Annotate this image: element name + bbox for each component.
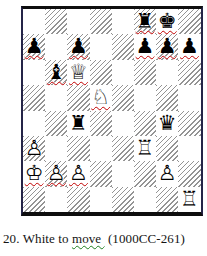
square-f2 bbox=[134, 161, 156, 186]
square-a8 bbox=[23, 9, 45, 34]
square-g3 bbox=[156, 136, 178, 161]
piece-glyph: ♛ bbox=[156, 111, 178, 136]
piece-black-pawn-f7: ♟ bbox=[134, 34, 156, 59]
piece-black-pawn-a7: ♟ bbox=[23, 34, 45, 59]
piece-glyph: ♟ bbox=[23, 34, 45, 59]
square-h7: ♟ bbox=[178, 34, 200, 59]
square-e7 bbox=[112, 34, 134, 59]
piece-glyph: ♙ bbox=[23, 136, 45, 161]
square-b4 bbox=[45, 111, 67, 136]
square-c2: ♟♙ bbox=[67, 161, 89, 186]
square-f3: ♜♖ bbox=[134, 136, 156, 161]
square-f1 bbox=[134, 187, 156, 212]
square-a2: ♚♔ bbox=[23, 161, 45, 186]
chess-board: ♜♚♟♟♟♟♟♝♛♕♞♘♜♛♟♙♜♖♚♔♟♙♟♙♟♙♜♖ bbox=[23, 9, 201, 212]
piece-glyph: ♟ bbox=[178, 34, 200, 59]
square-h3 bbox=[178, 136, 200, 161]
piece-glyph: ♝ bbox=[45, 60, 67, 85]
piece-black-pawn-g7: ♟ bbox=[156, 34, 178, 59]
square-a6 bbox=[23, 60, 45, 85]
piece-glyph: ♟ bbox=[134, 34, 156, 59]
piece-glyph: ♕ bbox=[67, 60, 89, 85]
diagram-caption: 20. White to move (1000CC-261) bbox=[3, 231, 185, 247]
square-f4 bbox=[134, 111, 156, 136]
square-a7: ♟ bbox=[23, 34, 45, 59]
square-a5 bbox=[23, 85, 45, 110]
piece-glyph: ♟ bbox=[67, 34, 89, 59]
square-e3 bbox=[112, 136, 134, 161]
square-b2: ♟♙ bbox=[45, 161, 67, 186]
square-d2 bbox=[90, 161, 112, 186]
piece-glyph: ♙ bbox=[156, 161, 178, 186]
piece-black-pawn-c7: ♟ bbox=[67, 34, 89, 59]
square-g8: ♚ bbox=[156, 9, 178, 34]
square-b5 bbox=[45, 85, 67, 110]
piece-black-rook-c4: ♜ bbox=[67, 111, 89, 136]
piece-white-pawn-g2: ♟♙ bbox=[156, 161, 178, 186]
square-b6: ♝ bbox=[45, 60, 67, 85]
piece-glyph: ♙ bbox=[67, 161, 89, 186]
square-d1 bbox=[90, 187, 112, 212]
square-f7: ♟ bbox=[134, 34, 156, 59]
square-e4 bbox=[112, 111, 134, 136]
square-h2 bbox=[178, 161, 200, 186]
piece-black-king-g8: ♚ bbox=[156, 9, 178, 34]
square-h4 bbox=[178, 111, 200, 136]
piece-glyph: ♙ bbox=[45, 161, 67, 186]
piece-white-pawn-a3: ♟♙ bbox=[23, 136, 45, 161]
piece-white-king-a2: ♚♔ bbox=[23, 161, 45, 186]
square-g1 bbox=[156, 187, 178, 212]
piece-white-queen-c6: ♛♕ bbox=[67, 60, 89, 85]
square-e6 bbox=[112, 60, 134, 85]
square-c8 bbox=[67, 9, 89, 34]
square-a3: ♟♙ bbox=[23, 136, 45, 161]
piece-white-pawn-c2: ♟♙ bbox=[67, 161, 89, 186]
square-h6 bbox=[178, 60, 200, 85]
square-e5 bbox=[112, 85, 134, 110]
piece-black-bishop-b6: ♝ bbox=[45, 60, 67, 85]
square-d7 bbox=[90, 34, 112, 59]
square-c1 bbox=[67, 187, 89, 212]
square-f8: ♜ bbox=[134, 9, 156, 34]
square-g6 bbox=[156, 60, 178, 85]
square-g7: ♟ bbox=[156, 34, 178, 59]
square-d6 bbox=[90, 60, 112, 85]
piece-white-rook-h1: ♜♖ bbox=[178, 187, 200, 212]
piece-glyph: ♜ bbox=[67, 111, 89, 136]
square-h5 bbox=[178, 85, 200, 110]
square-b8 bbox=[45, 9, 67, 34]
square-h1: ♜♖ bbox=[178, 187, 200, 212]
square-f6 bbox=[134, 60, 156, 85]
square-c5 bbox=[67, 85, 89, 110]
piece-black-rook-f8: ♜ bbox=[134, 9, 156, 34]
piece-white-pawn-b2: ♟♙ bbox=[45, 161, 67, 186]
piece-white-rook-f3: ♜♖ bbox=[134, 136, 156, 161]
square-h8 bbox=[178, 9, 200, 34]
square-b1 bbox=[45, 187, 67, 212]
square-c6: ♛♕ bbox=[67, 60, 89, 85]
piece-black-queen-g4: ♛ bbox=[156, 111, 178, 136]
square-e2 bbox=[112, 161, 134, 186]
piece-glyph: ♔ bbox=[23, 161, 45, 186]
square-b3 bbox=[45, 136, 67, 161]
caption-prefix: 20. White to bbox=[3, 231, 72, 246]
chess-diagram: ♜♚♟♟♟♟♟♝♛♕♞♘♜♛♟♙♜♖♚♔♟♙♟♙♟♙♜♖ bbox=[21, 6, 203, 216]
square-c4: ♜ bbox=[67, 111, 89, 136]
square-g5 bbox=[156, 85, 178, 110]
square-d8 bbox=[90, 9, 112, 34]
square-g2: ♟♙ bbox=[156, 161, 178, 186]
square-g4: ♛ bbox=[156, 111, 178, 136]
square-e8 bbox=[112, 9, 134, 34]
piece-glyph: ♚ bbox=[156, 9, 178, 34]
piece-glyph: ♖ bbox=[134, 136, 156, 161]
square-c7: ♟ bbox=[67, 34, 89, 59]
square-d4 bbox=[90, 111, 112, 136]
square-d5: ♞♘ bbox=[90, 85, 112, 110]
caption-source-ref: (1000CC-261) bbox=[105, 231, 185, 246]
piece-glyph: ♘ bbox=[90, 85, 112, 110]
piece-white-knight-d5: ♞♘ bbox=[90, 85, 112, 110]
piece-glyph: ♟ bbox=[156, 34, 178, 59]
square-d3 bbox=[90, 136, 112, 161]
square-a1 bbox=[23, 187, 45, 212]
square-f5 bbox=[134, 85, 156, 110]
square-c3 bbox=[67, 136, 89, 161]
piece-glyph: ♖ bbox=[178, 187, 200, 212]
square-e1 bbox=[112, 187, 134, 212]
piece-black-pawn-h7: ♟ bbox=[178, 34, 200, 59]
square-b7 bbox=[45, 34, 67, 59]
square-a4 bbox=[23, 111, 45, 136]
caption-grammar-flagged-word: move bbox=[72, 231, 105, 246]
piece-glyph: ♜ bbox=[134, 9, 156, 34]
